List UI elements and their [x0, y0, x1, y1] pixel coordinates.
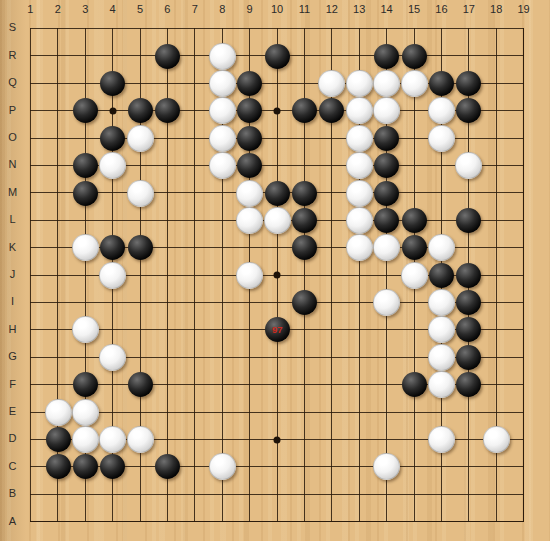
last-move-stone[interactable]: 97	[265, 317, 290, 342]
point-11B[interactable]	[291, 481, 318, 508]
point-7O[interactable]	[181, 125, 208, 152]
point-19S[interactable]	[510, 15, 537, 42]
point-15K[interactable]	[400, 234, 427, 261]
black-stone[interactable]	[456, 372, 481, 397]
point-16P[interactable]	[428, 97, 455, 124]
point-6A[interactable]	[154, 508, 181, 535]
point-19E[interactable]	[510, 398, 537, 425]
point-12M[interactable]	[318, 179, 345, 206]
point-14Q[interactable]	[373, 70, 400, 97]
point-9K[interactable]	[236, 234, 263, 261]
point-17H[interactable]	[455, 316, 482, 343]
point-10H[interactable]: 97	[264, 316, 291, 343]
black-stone[interactable]	[100, 71, 125, 96]
point-12P[interactable]	[318, 97, 345, 124]
white-stone[interactable]	[428, 234, 455, 261]
point-13L[interactable]	[346, 207, 373, 234]
point-13K[interactable]	[346, 234, 373, 261]
white-stone[interactable]	[346, 234, 373, 261]
point-4F[interactable]	[99, 371, 126, 398]
point-7G[interactable]	[181, 344, 208, 371]
point-1G[interactable]	[17, 344, 44, 371]
point-17I[interactable]	[455, 289, 482, 316]
point-1R[interactable]	[17, 42, 44, 69]
point-15I[interactable]	[400, 289, 427, 316]
point-17B[interactable]	[455, 481, 482, 508]
point-12R[interactable]	[318, 42, 345, 69]
point-14A[interactable]	[373, 508, 400, 535]
point-10B[interactable]	[264, 481, 291, 508]
point-2D[interactable]	[44, 426, 71, 453]
point-4P[interactable]	[99, 97, 126, 124]
white-stone[interactable]	[428, 426, 455, 453]
white-stone[interactable]	[346, 125, 373, 152]
point-19J[interactable]	[510, 262, 537, 289]
point-11D[interactable]	[291, 426, 318, 453]
white-stone[interactable]	[209, 453, 236, 480]
point-15O[interactable]	[400, 125, 427, 152]
point-7M[interactable]	[181, 179, 208, 206]
point-1P[interactable]	[17, 97, 44, 124]
black-stone[interactable]	[456, 345, 481, 370]
point-2B[interactable]	[44, 481, 71, 508]
point-19G[interactable]	[510, 344, 537, 371]
point-5I[interactable]	[127, 289, 154, 316]
white-stone[interactable]	[209, 125, 236, 152]
black-stone[interactable]	[374, 44, 399, 69]
black-stone[interactable]	[73, 153, 98, 178]
black-stone[interactable]	[128, 98, 153, 123]
point-9Q[interactable]	[236, 70, 263, 97]
point-18F[interactable]	[483, 371, 510, 398]
point-17S[interactable]	[455, 15, 482, 42]
point-17E[interactable]	[455, 398, 482, 425]
point-16Q[interactable]	[428, 70, 455, 97]
point-4H[interactable]	[99, 316, 126, 343]
point-17R[interactable]	[455, 42, 482, 69]
point-6G[interactable]	[154, 344, 181, 371]
white-stone[interactable]	[373, 289, 400, 316]
black-stone[interactable]	[237, 153, 262, 178]
point-8A[interactable]	[209, 508, 236, 535]
point-11G[interactable]	[291, 344, 318, 371]
point-2M[interactable]	[44, 179, 71, 206]
point-13O[interactable]	[346, 125, 373, 152]
point-9R[interactable]	[236, 42, 263, 69]
point-14G[interactable]	[373, 344, 400, 371]
point-11S[interactable]	[291, 15, 318, 42]
point-4G[interactable]	[99, 344, 126, 371]
white-stone[interactable]	[236, 262, 263, 289]
point-10S[interactable]	[264, 15, 291, 42]
point-11L[interactable]	[291, 207, 318, 234]
point-8B[interactable]	[209, 481, 236, 508]
point-13P[interactable]	[346, 97, 373, 124]
black-stone[interactable]	[155, 454, 180, 479]
point-15D[interactable]	[400, 426, 427, 453]
point-17P[interactable]	[455, 97, 482, 124]
point-11E[interactable]	[291, 398, 318, 425]
white-stone[interactable]	[99, 426, 126, 453]
point-8O[interactable]	[209, 125, 236, 152]
point-11A[interactable]	[291, 508, 318, 535]
point-12S[interactable]	[318, 15, 345, 42]
point-11H[interactable]	[291, 316, 318, 343]
point-19R[interactable]	[510, 42, 537, 69]
point-19I[interactable]	[510, 289, 537, 316]
point-9G[interactable]	[236, 344, 263, 371]
point-6J[interactable]	[154, 262, 181, 289]
point-4O[interactable]	[99, 125, 126, 152]
point-3Q[interactable]	[72, 70, 99, 97]
point-5B[interactable]	[127, 481, 154, 508]
black-stone[interactable]	[456, 208, 481, 233]
point-5J[interactable]	[127, 262, 154, 289]
point-7H[interactable]	[181, 316, 208, 343]
black-stone[interactable]	[456, 317, 481, 342]
point-1J[interactable]	[17, 262, 44, 289]
point-15J[interactable]	[400, 262, 427, 289]
white-stone[interactable]	[318, 70, 345, 97]
black-stone[interactable]	[429, 71, 454, 96]
point-6Q[interactable]	[154, 70, 181, 97]
point-8Q[interactable]	[209, 70, 236, 97]
point-7I[interactable]	[181, 289, 208, 316]
point-16S[interactable]	[428, 15, 455, 42]
white-stone[interactable]	[373, 97, 400, 124]
point-9A[interactable]	[236, 508, 263, 535]
black-stone[interactable]	[100, 454, 125, 479]
point-6B[interactable]	[154, 481, 181, 508]
point-11C[interactable]	[291, 453, 318, 480]
point-11Q[interactable]	[291, 70, 318, 97]
point-3A[interactable]	[72, 508, 99, 535]
point-16K[interactable]	[428, 234, 455, 261]
point-14E[interactable]	[373, 398, 400, 425]
point-5E[interactable]	[127, 398, 154, 425]
point-7J[interactable]	[181, 262, 208, 289]
point-18A[interactable]	[483, 508, 510, 535]
point-11N[interactable]	[291, 152, 318, 179]
point-8I[interactable]	[209, 289, 236, 316]
point-14M[interactable]	[373, 179, 400, 206]
point-19P[interactable]	[510, 97, 537, 124]
point-8H[interactable]	[209, 316, 236, 343]
point-13A[interactable]	[346, 508, 373, 535]
black-stone[interactable]	[402, 44, 427, 69]
point-6F[interactable]	[154, 371, 181, 398]
point-13B[interactable]	[346, 481, 373, 508]
black-stone[interactable]	[128, 372, 153, 397]
point-3D[interactable]	[72, 426, 99, 453]
point-16H[interactable]	[428, 316, 455, 343]
point-5G[interactable]	[127, 344, 154, 371]
point-7L[interactable]	[181, 207, 208, 234]
point-16B[interactable]	[428, 481, 455, 508]
point-14S[interactable]	[373, 15, 400, 42]
point-15G[interactable]	[400, 344, 427, 371]
point-3H[interactable]	[72, 316, 99, 343]
point-5S[interactable]	[127, 15, 154, 42]
point-7P[interactable]	[181, 97, 208, 124]
point-12A[interactable]	[318, 508, 345, 535]
black-stone[interactable]	[292, 181, 317, 206]
point-17G[interactable]	[455, 344, 482, 371]
point-11R[interactable]	[291, 42, 318, 69]
point-17F[interactable]	[455, 371, 482, 398]
white-stone[interactable]	[401, 70, 428, 97]
white-stone[interactable]	[428, 316, 455, 343]
point-1H[interactable]	[17, 316, 44, 343]
white-stone[interactable]	[99, 262, 126, 289]
point-7A[interactable]	[181, 508, 208, 535]
point-8R[interactable]	[209, 42, 236, 69]
point-16F[interactable]	[428, 371, 455, 398]
point-10L[interactable]	[264, 207, 291, 234]
point-12D[interactable]	[318, 426, 345, 453]
point-10K[interactable]	[264, 234, 291, 261]
point-10Q[interactable]	[264, 70, 291, 97]
point-1Q[interactable]	[17, 70, 44, 97]
black-stone[interactable]	[73, 98, 98, 123]
point-6S[interactable]	[154, 15, 181, 42]
point-11P[interactable]	[291, 97, 318, 124]
point-14N[interactable]	[373, 152, 400, 179]
point-15Q[interactable]	[400, 70, 427, 97]
point-6N[interactable]	[154, 152, 181, 179]
point-14J[interactable]	[373, 262, 400, 289]
point-12I[interactable]	[318, 289, 345, 316]
point-2C[interactable]	[44, 453, 71, 480]
point-19H[interactable]	[510, 316, 537, 343]
point-2S[interactable]	[44, 15, 71, 42]
point-10D[interactable]	[264, 426, 291, 453]
point-13S[interactable]	[346, 15, 373, 42]
black-stone[interactable]	[237, 71, 262, 96]
white-stone[interactable]	[72, 316, 99, 343]
point-1N[interactable]	[17, 152, 44, 179]
point-19L[interactable]	[510, 207, 537, 234]
point-10O[interactable]	[264, 125, 291, 152]
point-3B[interactable]	[72, 481, 99, 508]
white-stone[interactable]	[428, 289, 455, 316]
white-stone[interactable]	[72, 426, 99, 453]
point-16L[interactable]	[428, 207, 455, 234]
point-9D[interactable]	[236, 426, 263, 453]
point-12N[interactable]	[318, 152, 345, 179]
point-7R[interactable]	[181, 42, 208, 69]
point-6M[interactable]	[154, 179, 181, 206]
point-14H[interactable]	[373, 316, 400, 343]
point-4L[interactable]	[99, 207, 126, 234]
black-stone[interactable]	[265, 181, 290, 206]
point-16I[interactable]	[428, 289, 455, 316]
point-5D[interactable]	[127, 426, 154, 453]
point-8K[interactable]	[209, 234, 236, 261]
point-16E[interactable]	[428, 398, 455, 425]
white-stone[interactable]	[373, 70, 400, 97]
white-stone[interactable]	[346, 70, 373, 97]
point-11F[interactable]	[291, 371, 318, 398]
point-7D[interactable]	[181, 426, 208, 453]
point-17K[interactable]	[455, 234, 482, 261]
point-3F[interactable]	[72, 371, 99, 398]
point-15E[interactable]	[400, 398, 427, 425]
white-stone[interactable]	[483, 426, 510, 453]
point-4A[interactable]	[99, 508, 126, 535]
white-stone[interactable]	[99, 152, 126, 179]
point-1I[interactable]	[17, 289, 44, 316]
point-11I[interactable]	[291, 289, 318, 316]
point-17J[interactable]	[455, 262, 482, 289]
white-stone[interactable]	[346, 97, 373, 124]
point-18K[interactable]	[483, 234, 510, 261]
white-stone[interactable]	[127, 180, 154, 207]
point-8P[interactable]	[209, 97, 236, 124]
point-10P[interactable]	[264, 97, 291, 124]
black-stone[interactable]	[265, 44, 290, 69]
black-stone[interactable]	[319, 98, 344, 123]
point-6O[interactable]	[154, 125, 181, 152]
point-2H[interactable]	[44, 316, 71, 343]
point-2N[interactable]	[44, 152, 71, 179]
point-14D[interactable]	[373, 426, 400, 453]
point-10F[interactable]	[264, 371, 291, 398]
white-stone[interactable]	[236, 207, 263, 234]
point-3J[interactable]	[72, 262, 99, 289]
point-19O[interactable]	[510, 125, 537, 152]
point-19A[interactable]	[510, 508, 537, 535]
point-8D[interactable]	[209, 426, 236, 453]
point-2A[interactable]	[44, 508, 71, 535]
point-13D[interactable]	[346, 426, 373, 453]
point-15S[interactable]	[400, 15, 427, 42]
point-4I[interactable]	[99, 289, 126, 316]
point-17O[interactable]	[455, 125, 482, 152]
point-1C[interactable]	[17, 453, 44, 480]
point-16D[interactable]	[428, 426, 455, 453]
point-8G[interactable]	[209, 344, 236, 371]
point-19B[interactable]	[510, 481, 537, 508]
point-14B[interactable]	[373, 481, 400, 508]
black-stone[interactable]	[374, 208, 399, 233]
point-17L[interactable]	[455, 207, 482, 234]
point-18O[interactable]	[483, 125, 510, 152]
point-9M[interactable]	[236, 179, 263, 206]
point-19F[interactable]	[510, 371, 537, 398]
point-19C[interactable]	[510, 453, 537, 480]
point-1B[interactable]	[17, 481, 44, 508]
white-stone[interactable]	[127, 426, 154, 453]
point-17N[interactable]	[455, 152, 482, 179]
black-stone[interactable]	[237, 126, 262, 151]
point-12E[interactable]	[318, 398, 345, 425]
point-4J[interactable]	[99, 262, 126, 289]
point-2O[interactable]	[44, 125, 71, 152]
black-stone[interactable]	[46, 454, 71, 479]
point-13F[interactable]	[346, 371, 373, 398]
point-9B[interactable]	[236, 481, 263, 508]
black-stone[interactable]	[374, 126, 399, 151]
point-14O[interactable]	[373, 125, 400, 152]
black-stone[interactable]	[292, 235, 317, 260]
point-18E[interactable]	[483, 398, 510, 425]
white-stone[interactable]	[99, 344, 126, 371]
point-9N[interactable]	[236, 152, 263, 179]
point-4M[interactable]	[99, 179, 126, 206]
point-8E[interactable]	[209, 398, 236, 425]
point-12G[interactable]	[318, 344, 345, 371]
white-stone[interactable]	[428, 344, 455, 371]
point-12C[interactable]	[318, 453, 345, 480]
point-14F[interactable]	[373, 371, 400, 398]
point-6P[interactable]	[154, 97, 181, 124]
point-13E[interactable]	[346, 398, 373, 425]
point-1K[interactable]	[17, 234, 44, 261]
point-2Q[interactable]	[44, 70, 71, 97]
point-19D[interactable]	[510, 426, 537, 453]
point-15M[interactable]	[400, 179, 427, 206]
point-17M[interactable]	[455, 179, 482, 206]
black-stone[interactable]	[402, 208, 427, 233]
point-4B[interactable]	[99, 481, 126, 508]
point-11O[interactable]	[291, 125, 318, 152]
black-stone[interactable]	[155, 98, 180, 123]
point-5F[interactable]	[127, 371, 154, 398]
point-18I[interactable]	[483, 289, 510, 316]
point-6I[interactable]	[154, 289, 181, 316]
point-8J[interactable]	[209, 262, 236, 289]
point-3E[interactable]	[72, 398, 99, 425]
point-12J[interactable]	[318, 262, 345, 289]
point-7S[interactable]	[181, 15, 208, 42]
point-8F[interactable]	[209, 371, 236, 398]
point-3P[interactable]	[72, 97, 99, 124]
point-8M[interactable]	[209, 179, 236, 206]
point-8N[interactable]	[209, 152, 236, 179]
point-10N[interactable]	[264, 152, 291, 179]
point-4K[interactable]	[99, 234, 126, 261]
point-4Q[interactable]	[99, 70, 126, 97]
point-6L[interactable]	[154, 207, 181, 234]
point-3C[interactable]	[72, 453, 99, 480]
point-12B[interactable]	[318, 481, 345, 508]
point-6H[interactable]	[154, 316, 181, 343]
point-18L[interactable]	[483, 207, 510, 234]
black-stone[interactable]	[456, 290, 481, 315]
black-stone[interactable]	[155, 44, 180, 69]
point-7K[interactable]	[181, 234, 208, 261]
black-stone[interactable]	[429, 263, 454, 288]
point-18Q[interactable]	[483, 70, 510, 97]
black-stone[interactable]	[73, 372, 98, 397]
point-9I[interactable]	[236, 289, 263, 316]
white-stone[interactable]	[401, 262, 428, 289]
white-stone[interactable]	[209, 97, 236, 124]
point-5Q[interactable]	[127, 70, 154, 97]
point-2E[interactable]	[44, 398, 71, 425]
point-7B[interactable]	[181, 481, 208, 508]
white-stone[interactable]	[45, 399, 72, 426]
black-stone[interactable]	[292, 98, 317, 123]
point-13C[interactable]	[346, 453, 373, 480]
point-6E[interactable]	[154, 398, 181, 425]
black-stone[interactable]	[128, 235, 153, 260]
point-12H[interactable]	[318, 316, 345, 343]
point-13Q[interactable]	[346, 70, 373, 97]
white-stone[interactable]	[346, 180, 373, 207]
point-5M[interactable]	[127, 179, 154, 206]
